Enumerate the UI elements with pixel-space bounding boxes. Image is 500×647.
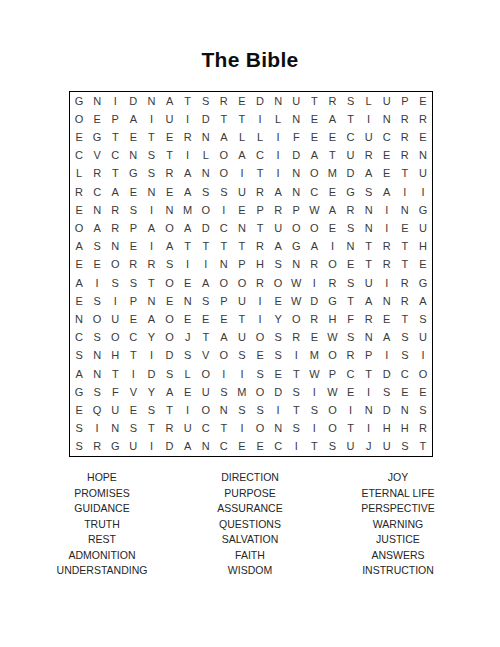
- grid-cell-r19-c11[interactable]: O: [251, 420, 269, 438]
- grid-cell-r20-c18[interactable]: U: [378, 438, 396, 456]
- grid-cell-r9-c2[interactable]: S: [88, 238, 106, 256]
- grid-cell-r14-c17[interactable]: N: [360, 329, 378, 347]
- grid-cell-r16-c9[interactable]: I: [215, 365, 233, 383]
- grid-cell-r4-c8[interactable]: L: [197, 147, 215, 165]
- grid-cell-r9-c19[interactable]: T: [396, 238, 414, 256]
- grid-cell-r16-c14[interactable]: W: [305, 365, 323, 383]
- grid-cell-r19-c5[interactable]: T: [142, 420, 160, 438]
- grid-cell-r14-c4[interactable]: C: [124, 329, 142, 347]
- grid-cell-r11-c20[interactable]: G: [414, 274, 432, 292]
- grid-cell-r17-c10[interactable]: M: [233, 383, 251, 401]
- grid-cell-r14-c19[interactable]: S: [396, 329, 414, 347]
- grid-cell-r4-c3[interactable]: C: [106, 147, 124, 165]
- grid-cell-r1-c2[interactable]: N: [88, 92, 106, 110]
- grid-cell-r3-c20[interactable]: E: [414, 128, 432, 146]
- grid-cell-r7-c19[interactable]: N: [396, 201, 414, 219]
- grid-cell-r15-c19[interactable]: S: [396, 347, 414, 365]
- grid-cell-r8-c4[interactable]: P: [124, 219, 142, 237]
- grid-cell-r16-c2[interactable]: N: [88, 365, 106, 383]
- grid-cell-r18-c9[interactable]: N: [215, 401, 233, 419]
- grid-cell-r2-c11[interactable]: I: [251, 110, 269, 128]
- grid-cell-r1-c5[interactable]: N: [142, 92, 160, 110]
- grid-cell-r14-c6[interactable]: O: [161, 329, 179, 347]
- grid-cell-r19-c1[interactable]: S: [70, 420, 88, 438]
- grid-cell-r17-c11[interactable]: O: [251, 383, 269, 401]
- grid-cell-r11-c5[interactable]: T: [142, 274, 160, 292]
- grid-cell-r6-c9[interactable]: S: [215, 183, 233, 201]
- grid-cell-r3-c5[interactable]: T: [142, 128, 160, 146]
- grid-cell-r16-c7[interactable]: L: [179, 365, 197, 383]
- grid-cell-r11-c4[interactable]: S: [124, 274, 142, 292]
- grid-cell-r11-c8[interactable]: A: [197, 274, 215, 292]
- grid-cell-r4-c5[interactable]: S: [142, 147, 160, 165]
- grid-cell-r17-c5[interactable]: Y: [142, 383, 160, 401]
- grid-cell-r15-c3[interactable]: H: [106, 347, 124, 365]
- grid-cell-r14-c11[interactable]: O: [251, 329, 269, 347]
- grid-cell-r20-c11[interactable]: E: [251, 438, 269, 456]
- grid-cell-r18-c4[interactable]: E: [124, 401, 142, 419]
- grid-cell-r2-c1[interactable]: O: [70, 110, 88, 128]
- grid-cell-r13-c10[interactable]: T: [233, 310, 251, 328]
- grid-cell-r1-c3[interactable]: I: [106, 92, 124, 110]
- grid-cell-r3-c17[interactable]: U: [360, 128, 378, 146]
- grid-cell-r8-c8[interactable]: D: [197, 219, 215, 237]
- grid-cell-r16-c4[interactable]: I: [124, 365, 142, 383]
- grid-cell-r19-c7[interactable]: U: [179, 420, 197, 438]
- grid-cell-r7-c16[interactable]: R: [342, 201, 360, 219]
- grid-cell-r12-c12[interactable]: E: [269, 292, 287, 310]
- grid-cell-r10-c4[interactable]: R: [124, 256, 142, 274]
- grid-cell-r16-c5[interactable]: D: [142, 365, 160, 383]
- grid-cell-r17-c19[interactable]: E: [396, 383, 414, 401]
- grid-cell-r5-c4[interactable]: G: [124, 165, 142, 183]
- grid-cell-r12-c11[interactable]: I: [251, 292, 269, 310]
- grid-cell-r7-c12[interactable]: R: [269, 201, 287, 219]
- grid-cell-r4-c1[interactable]: C: [70, 147, 88, 165]
- grid-cell-r7-c11[interactable]: P: [251, 201, 269, 219]
- grid-cell-r7-c3[interactable]: R: [106, 201, 124, 219]
- grid-cell-r1-c12[interactable]: N: [269, 92, 287, 110]
- grid-cell-r11-c16[interactable]: S: [342, 274, 360, 292]
- grid-cell-r3-c14[interactable]: E: [305, 128, 323, 146]
- grid-cell-r15-c13[interactable]: I: [287, 347, 305, 365]
- grid-cell-r11-c9[interactable]: O: [215, 274, 233, 292]
- grid-cell-r19-c14[interactable]: I: [305, 420, 323, 438]
- grid-cell-r14-c13[interactable]: R: [287, 329, 305, 347]
- grid-cell-r7-c9[interactable]: I: [215, 201, 233, 219]
- grid-cell-r19-c16[interactable]: T: [342, 420, 360, 438]
- grid-cell-r17-c1[interactable]: G: [70, 383, 88, 401]
- grid-cell-r15-c18[interactable]: I: [378, 347, 396, 365]
- grid-cell-r14-c1[interactable]: C: [70, 329, 88, 347]
- grid-cell-r18-c7[interactable]: I: [179, 401, 197, 419]
- grid-cell-r5-c18[interactable]: E: [378, 165, 396, 183]
- grid-cell-r12-c20[interactable]: A: [414, 292, 432, 310]
- grid-cell-r14-c15[interactable]: W: [323, 329, 341, 347]
- grid-cell-r2-c9[interactable]: T: [215, 110, 233, 128]
- grid-cell-r17-c6[interactable]: A: [161, 383, 179, 401]
- grid-cell-r13-c2[interactable]: O: [88, 310, 106, 328]
- grid-cell-r15-c2[interactable]: N: [88, 347, 106, 365]
- grid-cell-r15-c5[interactable]: I: [142, 347, 160, 365]
- grid-cell-r6-c14[interactable]: C: [305, 183, 323, 201]
- grid-cell-r8-c9[interactable]: C: [215, 219, 233, 237]
- grid-cell-r8-c12[interactable]: U: [269, 219, 287, 237]
- grid-cell-r18-c6[interactable]: T: [161, 401, 179, 419]
- grid-cell-r5-c12[interactable]: I: [269, 165, 287, 183]
- grid-cell-r9-c6[interactable]: A: [161, 238, 179, 256]
- grid-cell-r15-c6[interactable]: D: [161, 347, 179, 365]
- grid-cell-r17-c8[interactable]: U: [197, 383, 215, 401]
- grid-cell-r5-c8[interactable]: N: [197, 165, 215, 183]
- grid-cell-r3-c11[interactable]: L: [251, 128, 269, 146]
- grid-cell-r17-c14[interactable]: I: [305, 383, 323, 401]
- grid-cell-r6-c20[interactable]: I: [414, 183, 432, 201]
- grid-cell-r11-c7[interactable]: E: [179, 274, 197, 292]
- grid-cell-r3-c16[interactable]: C: [342, 128, 360, 146]
- grid-cell-r20-c6[interactable]: D: [161, 438, 179, 456]
- grid-cell-r2-c13[interactable]: N: [287, 110, 305, 128]
- grid-cell-r15-c14[interactable]: M: [305, 347, 323, 365]
- grid-cell-r1-c16[interactable]: S: [342, 92, 360, 110]
- grid-cell-r17-c4[interactable]: V: [124, 383, 142, 401]
- grid-cell-r13-c5[interactable]: A: [142, 310, 160, 328]
- grid-cell-r15-c12[interactable]: S: [269, 347, 287, 365]
- grid-cell-r2-c14[interactable]: E: [305, 110, 323, 128]
- grid-cell-r18-c14[interactable]: S: [305, 401, 323, 419]
- grid-cell-r12-c19[interactable]: R: [396, 292, 414, 310]
- grid-cell-r18-c19[interactable]: N: [396, 401, 414, 419]
- grid-cell-r4-c16[interactable]: U: [342, 147, 360, 165]
- grid-cell-r20-c4[interactable]: U: [124, 438, 142, 456]
- grid-cell-r8-c13[interactable]: O: [287, 219, 305, 237]
- grid-cell-r2-c3[interactable]: P: [106, 110, 124, 128]
- grid-cell-r6-c19[interactable]: I: [396, 183, 414, 201]
- grid-cell-r12-c8[interactable]: S: [197, 292, 215, 310]
- grid-cell-r4-c2[interactable]: V: [88, 147, 106, 165]
- grid-cell-r9-c9[interactable]: T: [215, 238, 233, 256]
- grid-cell-r11-c14[interactable]: I: [305, 274, 323, 292]
- grid-cell-r10-c3[interactable]: O: [106, 256, 124, 274]
- grid-cell-r13-c11[interactable]: I: [251, 310, 269, 328]
- grid-cell-r15-c15[interactable]: O: [323, 347, 341, 365]
- grid-cell-r3-c10[interactable]: L: [233, 128, 251, 146]
- grid-cell-r10-c15[interactable]: O: [323, 256, 341, 274]
- grid-cell-r14-c9[interactable]: A: [215, 329, 233, 347]
- grid-cell-r9-c12[interactable]: A: [269, 238, 287, 256]
- grid-cell-r19-c6[interactable]: R: [161, 420, 179, 438]
- grid-cell-r11-c15[interactable]: R: [323, 274, 341, 292]
- grid-cell-r8-c3[interactable]: R: [106, 219, 124, 237]
- grid-cell-r1-c10[interactable]: E: [233, 92, 251, 110]
- grid-cell-r13-c20[interactable]: S: [414, 310, 432, 328]
- grid-cell-r20-c8[interactable]: N: [197, 438, 215, 456]
- grid-cell-r4-c18[interactable]: E: [378, 147, 396, 165]
- grid-cell-r16-c20[interactable]: O: [414, 365, 432, 383]
- grid-cell-r4-c15[interactable]: T: [323, 147, 341, 165]
- grid-cell-r15-c4[interactable]: T: [124, 347, 142, 365]
- grid-cell-r7-c13[interactable]: P: [287, 201, 305, 219]
- grid-cell-r6-c6[interactable]: E: [161, 183, 179, 201]
- grid-cell-r13-c9[interactable]: E: [215, 310, 233, 328]
- grid-cell-r2-c12[interactable]: L: [269, 110, 287, 128]
- grid-cell-r6-c2[interactable]: C: [88, 183, 106, 201]
- grid-cell-r3-c2[interactable]: G: [88, 128, 106, 146]
- grid-cell-r4-c14[interactable]: A: [305, 147, 323, 165]
- grid-cell-r1-c19[interactable]: P: [396, 92, 414, 110]
- grid-cell-r20-c5[interactable]: I: [142, 438, 160, 456]
- grid-cell-r3-c19[interactable]: R: [396, 128, 414, 146]
- grid-cell-r10-c7[interactable]: I: [179, 256, 197, 274]
- grid-cell-r10-c2[interactable]: E: [88, 256, 106, 274]
- grid-cell-r18-c1[interactable]: E: [70, 401, 88, 419]
- grid-cell-r6-c11[interactable]: R: [251, 183, 269, 201]
- grid-cell-r9-c8[interactable]: T: [197, 238, 215, 256]
- grid-cell-r6-c17[interactable]: S: [360, 183, 378, 201]
- grid-cell-r8-c17[interactable]: N: [360, 219, 378, 237]
- grid-cell-r1-c7[interactable]: T: [179, 92, 197, 110]
- grid-cell-r19-c12[interactable]: N: [269, 420, 287, 438]
- grid-cell-r9-c4[interactable]: E: [124, 238, 142, 256]
- grid-cell-r17-c16[interactable]: E: [342, 383, 360, 401]
- grid-cell-r2-c7[interactable]: I: [179, 110, 197, 128]
- grid-cell-r5-c7[interactable]: A: [179, 165, 197, 183]
- grid-cell-r19-c2[interactable]: I: [88, 420, 106, 438]
- grid-cell-r15-c16[interactable]: R: [342, 347, 360, 365]
- grid-cell-r3-c7[interactable]: R: [179, 128, 197, 146]
- grid-cell-r8-c20[interactable]: U: [414, 219, 432, 237]
- grid-cell-r10-c13[interactable]: N: [287, 256, 305, 274]
- grid-cell-r12-c7[interactable]: N: [179, 292, 197, 310]
- grid-cell-r10-c11[interactable]: H: [251, 256, 269, 274]
- grid-cell-r6-c10[interactable]: U: [233, 183, 251, 201]
- grid-cell-r7-c8[interactable]: O: [197, 201, 215, 219]
- grid-cell-r14-c2[interactable]: S: [88, 329, 106, 347]
- grid-cell-r5-c14[interactable]: O: [305, 165, 323, 183]
- grid-cell-r13-c18[interactable]: E: [378, 310, 396, 328]
- grid-cell-r7-c18[interactable]: I: [378, 201, 396, 219]
- grid-cell-r1-c18[interactable]: U: [378, 92, 396, 110]
- grid-cell-r6-c8[interactable]: S: [197, 183, 215, 201]
- grid-cell-r14-c18[interactable]: A: [378, 329, 396, 347]
- grid-cell-r14-c12[interactable]: S: [269, 329, 287, 347]
- grid-cell-r7-c2[interactable]: N: [88, 201, 106, 219]
- grid-cell-r18-c2[interactable]: Q: [88, 401, 106, 419]
- grid-cell-r8-c16[interactable]: S: [342, 219, 360, 237]
- grid-cell-r1-c8[interactable]: S: [197, 92, 215, 110]
- grid-cell-r11-c12[interactable]: O: [269, 274, 287, 292]
- grid-cell-r15-c9[interactable]: O: [215, 347, 233, 365]
- grid-cell-r17-c12[interactable]: D: [269, 383, 287, 401]
- grid-cell-r8-c19[interactable]: E: [396, 219, 414, 237]
- grid-cell-r16-c18[interactable]: D: [378, 365, 396, 383]
- grid-cell-r19-c19[interactable]: H: [396, 420, 414, 438]
- grid-cell-r2-c20[interactable]: R: [414, 110, 432, 128]
- grid-cell-r10-c18[interactable]: R: [378, 256, 396, 274]
- grid-cell-r2-c6[interactable]: U: [161, 110, 179, 128]
- grid-cell-r20-c2[interactable]: R: [88, 438, 106, 456]
- grid-cell-r4-c7[interactable]: I: [179, 147, 197, 165]
- grid-cell-r18-c11[interactable]: S: [251, 401, 269, 419]
- grid-cell-r13-c1[interactable]: N: [70, 310, 88, 328]
- grid-cell-r8-c18[interactable]: I: [378, 219, 396, 237]
- grid-cell-r11-c6[interactable]: O: [161, 274, 179, 292]
- grid-cell-r5-c17[interactable]: A: [360, 165, 378, 183]
- grid-cell-r17-c20[interactable]: E: [414, 383, 432, 401]
- grid-cell-r18-c8[interactable]: O: [197, 401, 215, 419]
- grid-cell-r20-c20[interactable]: T: [414, 438, 432, 456]
- grid-cell-r13-c12[interactable]: Y: [269, 310, 287, 328]
- grid-cell-r2-c18[interactable]: N: [378, 110, 396, 128]
- grid-cell-r8-c1[interactable]: O: [70, 219, 88, 237]
- grid-cell-r16-c17[interactable]: T: [360, 365, 378, 383]
- grid-cell-r7-c1[interactable]: E: [70, 201, 88, 219]
- grid-cell-r1-c15[interactable]: R: [323, 92, 341, 110]
- grid-cell-r19-c10[interactable]: I: [233, 420, 251, 438]
- grid-cell-r15-c1[interactable]: S: [70, 347, 88, 365]
- grid-cell-r7-c7[interactable]: M: [179, 201, 197, 219]
- grid-cell-r5-c19[interactable]: T: [396, 165, 414, 183]
- grid-cell-r11-c10[interactable]: O: [233, 274, 251, 292]
- grid-cell-r18-c15[interactable]: O: [323, 401, 341, 419]
- grid-cell-r4-c10[interactable]: A: [233, 147, 251, 165]
- grid-cell-r10-c14[interactable]: R: [305, 256, 323, 274]
- grid-cell-r10-c19[interactable]: T: [396, 256, 414, 274]
- grid-cell-r5-c11[interactable]: T: [251, 165, 269, 183]
- grid-cell-r9-c14[interactable]: A: [305, 238, 323, 256]
- grid-cell-r11-c11[interactable]: R: [251, 274, 269, 292]
- grid-cell-r15-c17[interactable]: P: [360, 347, 378, 365]
- grid-cell-r10-c12[interactable]: S: [269, 256, 287, 274]
- grid-cell-r17-c7[interactable]: E: [179, 383, 197, 401]
- grid-cell-r15-c20[interactable]: I: [414, 347, 432, 365]
- grid-cell-r3-c4[interactable]: E: [124, 128, 142, 146]
- grid-cell-r8-c15[interactable]: E: [323, 219, 341, 237]
- grid-cell-r10-c10[interactable]: P: [233, 256, 251, 274]
- grid-cell-r13-c14[interactable]: R: [305, 310, 323, 328]
- grid-cell-r10-c5[interactable]: R: [142, 256, 160, 274]
- grid-cell-r11-c13[interactable]: W: [287, 274, 305, 292]
- grid-cell-r10-c17[interactable]: T: [360, 256, 378, 274]
- grid-cell-r5-c2[interactable]: R: [88, 165, 106, 183]
- grid-cell-r6-c1[interactable]: R: [70, 183, 88, 201]
- grid-cell-r8-c11[interactable]: T: [251, 219, 269, 237]
- grid-cell-r8-c2[interactable]: A: [88, 219, 106, 237]
- grid-cell-r20-c19[interactable]: S: [396, 438, 414, 456]
- grid-cell-r17-c18[interactable]: S: [378, 383, 396, 401]
- grid-cell-r14-c10[interactable]: U: [233, 329, 251, 347]
- grid-cell-r9-c18[interactable]: R: [378, 238, 396, 256]
- grid-cell-r9-c5[interactable]: I: [142, 238, 160, 256]
- grid-cell-r18-c20[interactable]: S: [414, 401, 432, 419]
- grid-cell-r20-c12[interactable]: C: [269, 438, 287, 456]
- grid-cell-r2-c19[interactable]: R: [396, 110, 414, 128]
- grid-cell-r7-c15[interactable]: A: [323, 201, 341, 219]
- grid-cell-r7-c20[interactable]: G: [414, 201, 432, 219]
- grid-cell-r5-c16[interactable]: D: [342, 165, 360, 183]
- grid-cell-r9-c15[interactable]: I: [323, 238, 341, 256]
- grid-cell-r18-c13[interactable]: T: [287, 401, 305, 419]
- grid-cell-r1-c6[interactable]: A: [161, 92, 179, 110]
- grid-cell-r6-c18[interactable]: A: [378, 183, 396, 201]
- grid-cell-r1-c17[interactable]: L: [360, 92, 378, 110]
- grid-cell-r20-c15[interactable]: S: [323, 438, 341, 456]
- grid-cell-r19-c17[interactable]: I: [360, 420, 378, 438]
- grid-cell-r13-c17[interactable]: R: [360, 310, 378, 328]
- grid-cell-r18-c18[interactable]: D: [378, 401, 396, 419]
- grid-cell-r17-c2[interactable]: S: [88, 383, 106, 401]
- grid-cell-r3-c1[interactable]: E: [70, 128, 88, 146]
- grid-cell-r3-c12[interactable]: I: [269, 128, 287, 146]
- grid-cell-r16-c16[interactable]: C: [342, 365, 360, 383]
- grid-cell-r13-c6[interactable]: O: [161, 310, 179, 328]
- grid-cell-r6-c7[interactable]: A: [179, 183, 197, 201]
- grid-cell-r3-c8[interactable]: N: [197, 128, 215, 146]
- grid-cell-r6-c16[interactable]: G: [342, 183, 360, 201]
- grid-cell-r9-c17[interactable]: T: [360, 238, 378, 256]
- grid-cell-r17-c17[interactable]: I: [360, 383, 378, 401]
- grid-cell-r5-c15[interactable]: M: [323, 165, 341, 183]
- grid-cell-r19-c8[interactable]: C: [197, 420, 215, 438]
- grid-cell-r16-c1[interactable]: A: [70, 365, 88, 383]
- grid-cell-r18-c16[interactable]: I: [342, 401, 360, 419]
- grid-cell-r9-c16[interactable]: N: [342, 238, 360, 256]
- grid-cell-r5-c9[interactable]: O: [215, 165, 233, 183]
- grid-cell-r12-c10[interactable]: U: [233, 292, 251, 310]
- grid-cell-r12-c5[interactable]: N: [142, 292, 160, 310]
- grid-cell-r6-c12[interactable]: A: [269, 183, 287, 201]
- grid-cell-r4-c9[interactable]: O: [215, 147, 233, 165]
- grid-cell-r4-c13[interactable]: D: [287, 147, 305, 165]
- grid-cell-r15-c7[interactable]: S: [179, 347, 197, 365]
- grid-cell-r14-c14[interactable]: E: [305, 329, 323, 347]
- grid-cell-r7-c10[interactable]: E: [233, 201, 251, 219]
- grid-cell-r6-c3[interactable]: A: [106, 183, 124, 201]
- grid-cell-r6-c4[interactable]: E: [124, 183, 142, 201]
- grid-cell-r8-c6[interactable]: O: [161, 219, 179, 237]
- grid-cell-r11-c3[interactable]: S: [106, 274, 124, 292]
- grid-cell-r20-c1[interactable]: S: [70, 438, 88, 456]
- grid-cell-r20-c13[interactable]: I: [287, 438, 305, 456]
- grid-cell-r14-c3[interactable]: O: [106, 329, 124, 347]
- grid-cell-r4-c4[interactable]: N: [124, 147, 142, 165]
- grid-cell-r14-c7[interactable]: J: [179, 329, 197, 347]
- grid-cell-r1-c4[interactable]: D: [124, 92, 142, 110]
- grid-cell-r10-c9[interactable]: N: [215, 256, 233, 274]
- grid-cell-r20-c17[interactable]: J: [360, 438, 378, 456]
- grid-cell-r9-c13[interactable]: G: [287, 238, 305, 256]
- grid-cell-r20-c16[interactable]: U: [342, 438, 360, 456]
- grid-cell-r13-c19[interactable]: T: [396, 310, 414, 328]
- grid-cell-r7-c5[interactable]: I: [142, 201, 160, 219]
- grid-cell-r3-c13[interactable]: F: [287, 128, 305, 146]
- grid-cell-r19-c15[interactable]: O: [323, 420, 341, 438]
- grid-cell-r12-c15[interactable]: G: [323, 292, 341, 310]
- grid-cell-r19-c3[interactable]: N: [106, 420, 124, 438]
- grid-cell-r6-c15[interactable]: E: [323, 183, 341, 201]
- grid-cell-r13-c15[interactable]: H: [323, 310, 341, 328]
- grid-cell-r12-c6[interactable]: E: [161, 292, 179, 310]
- grid-cell-r12-c2[interactable]: S: [88, 292, 106, 310]
- grid-cell-r11-c19[interactable]: R: [396, 274, 414, 292]
- grid-cell-r1-c13[interactable]: U: [287, 92, 305, 110]
- grid-cell-r16-c13[interactable]: T: [287, 365, 305, 383]
- grid-cell-r2-c16[interactable]: T: [342, 110, 360, 128]
- grid-cell-r16-c3[interactable]: T: [106, 365, 124, 383]
- grid-cell-r4-c12[interactable]: I: [269, 147, 287, 165]
- grid-cell-r12-c3[interactable]: I: [106, 292, 124, 310]
- grid-cell-r16-c19[interactable]: C: [396, 365, 414, 383]
